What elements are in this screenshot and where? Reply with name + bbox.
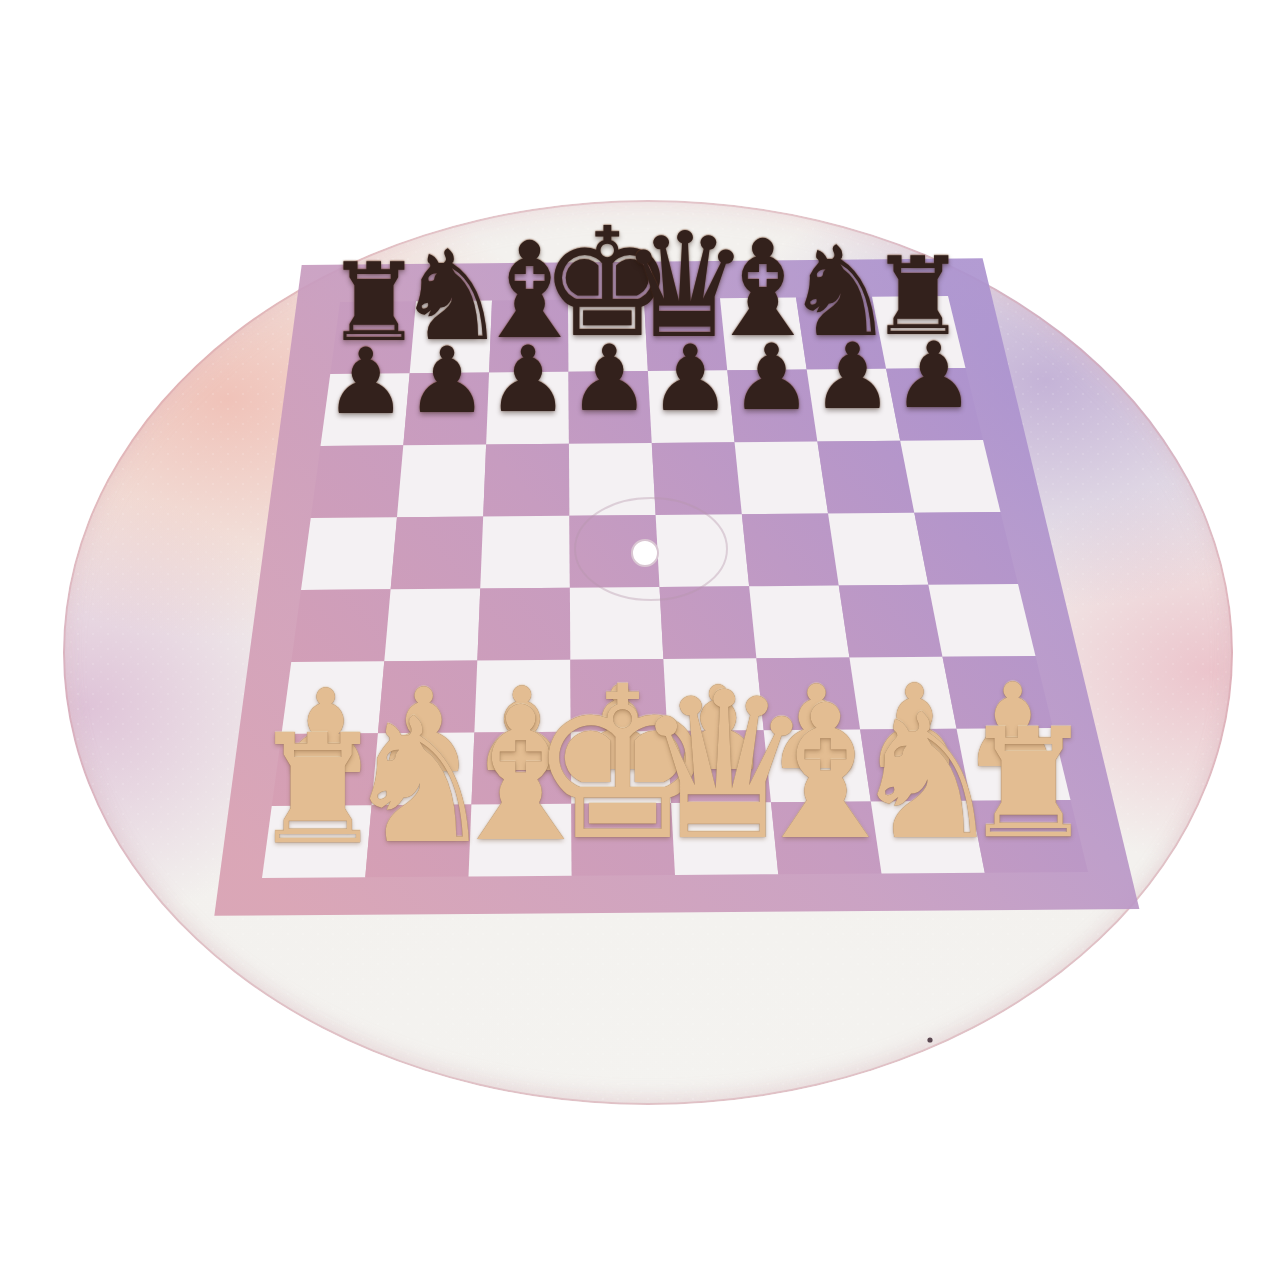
black-pawn[interactable]: ♟	[650, 333, 732, 424]
black-pawn[interactable]: ♟	[812, 331, 894, 422]
square-b6[interactable]	[397, 445, 486, 518]
square-c6[interactable]	[483, 444, 569, 517]
square-h6[interactable]	[900, 440, 1000, 513]
black-pawn[interactable]: ♟	[731, 332, 813, 423]
square-b5[interactable]	[391, 517, 484, 590]
square-a6[interactable]	[311, 445, 404, 518]
square-f5[interactable]	[742, 514, 839, 587]
square-g6[interactable]	[817, 441, 914, 514]
dust-speck	[927, 1037, 932, 1042]
square-a5[interactable]	[301, 517, 397, 590]
black-pawn[interactable]: ♟	[406, 335, 488, 426]
square-g5[interactable]	[828, 513, 928, 586]
square-f4[interactable]	[749, 586, 849, 659]
square-e5[interactable]	[656, 514, 750, 587]
square-h4[interactable]	[928, 584, 1035, 657]
square-g4[interactable]	[839, 585, 943, 658]
spindle-hole	[632, 540, 658, 566]
black-pawn[interactable]: ♟	[569, 333, 651, 424]
square-f6[interactable]	[735, 442, 829, 515]
square-b4[interactable]	[384, 589, 480, 662]
white-rook[interactable]: ♜	[961, 710, 1096, 861]
square-c5[interactable]	[480, 516, 570, 589]
square-h5[interactable]	[914, 512, 1018, 585]
black-pawn[interactable]: ♟	[487, 334, 569, 425]
chessboard	[0, 0, 1280, 1280]
square-e6[interactable]	[652, 442, 742, 515]
square-a4[interactable]	[291, 589, 390, 662]
black-pawn[interactable]: ♟	[893, 330, 975, 421]
photo-canvas: ♜♞♝♚♛♝♞♜♟♟♟♟♟♟♟♟♟♟♟♟♟♟♟♟♜♞♝♚♛♝♞♜	[0, 0, 1280, 1280]
black-pawn[interactable]: ♟	[325, 336, 407, 427]
